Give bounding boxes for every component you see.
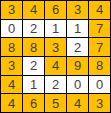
cell-r3c4[interactable]: 2 xyxy=(67,38,88,56)
cell-r4c4[interactable]: 9 xyxy=(67,57,88,75)
cell-r3c3[interactable]: 3 xyxy=(45,38,66,56)
cell-r3c5[interactable]: 7 xyxy=(89,38,110,56)
cell-r4c5[interactable]: 8 xyxy=(89,57,110,75)
cell-r1c5[interactable]: 4 xyxy=(89,1,110,19)
cell-r5c5[interactable]: 0 xyxy=(89,76,110,94)
cell-r4c1[interactable]: 3 xyxy=(1,57,22,75)
cell-r2c1[interactable]: 0 xyxy=(1,20,22,38)
cell-r1c3[interactable]: 6 xyxy=(45,1,66,19)
cell-r1c4[interactable]: 3 xyxy=(67,1,88,19)
cell-r2c4[interactable]: 1 xyxy=(67,20,88,38)
cell-r4c3[interactable]: 4 xyxy=(45,57,66,75)
cell-r1c1[interactable]: 3 xyxy=(1,1,22,19)
cell-r3c2[interactable]: 8 xyxy=(23,38,44,56)
cell-r2c5[interactable]: 7 xyxy=(89,20,110,38)
cell-r4c2[interactable]: 2 xyxy=(23,57,44,75)
cell-r1c2[interactable]: 4 xyxy=(23,1,44,19)
cell-r6c1[interactable]: 4 xyxy=(1,94,22,112)
cell-r6c5[interactable]: 3 xyxy=(89,94,110,112)
cell-r5c2[interactable]: 1 xyxy=(23,76,44,94)
cell-r6c2[interactable]: 6 xyxy=(23,94,44,112)
cell-r3c1[interactable]: 8 xyxy=(1,38,22,56)
cell-r2c3[interactable]: 1 xyxy=(45,20,66,38)
cell-r2c2[interactable]: 2 xyxy=(23,20,44,38)
cell-r5c1[interactable]: 4 xyxy=(1,76,22,94)
cell-r6c3[interactable]: 5 xyxy=(45,94,66,112)
cell-r5c4[interactable]: 0 xyxy=(67,76,88,94)
number-grid: 346340211788327324984120046543 xyxy=(0,0,111,113)
cell-r5c3[interactable]: 2 xyxy=(45,76,66,94)
cell-r6c4[interactable]: 4 xyxy=(67,94,88,112)
